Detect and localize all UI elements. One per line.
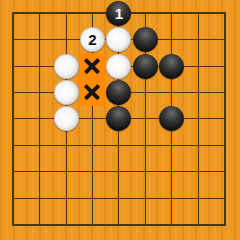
stone-white (54, 106, 79, 131)
move-number-label: 2 (88, 32, 96, 47)
stone-black (133, 54, 158, 79)
stone-white-move-2: 2 (80, 27, 105, 52)
go-board[interactable]: 12 (0, 0, 240, 240)
x-mark[interactable] (83, 83, 101, 101)
stone-white (54, 54, 79, 79)
x-mark[interactable] (83, 57, 101, 75)
stone-black (159, 54, 184, 79)
stone-black-move-1: 1 (106, 1, 131, 26)
stone-white (54, 80, 79, 105)
stone-black (133, 27, 158, 52)
move-number-label: 1 (115, 6, 123, 21)
stone-white (106, 54, 131, 79)
